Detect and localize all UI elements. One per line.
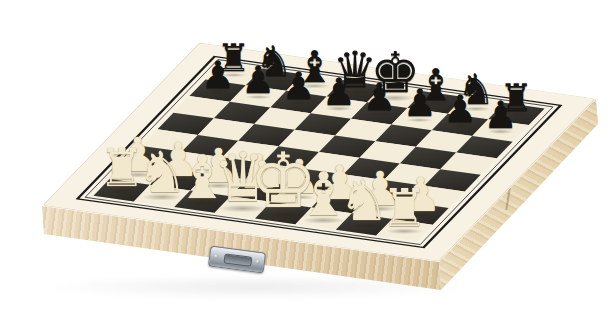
piece-black-pawn[interactable]: ♟: [201, 56, 235, 94]
piece-black-pawn[interactable]: ♟: [483, 96, 517, 134]
piece-black-pawn[interactable]: ♟: [362, 78, 396, 116]
chess-set-photo: ♜♞♝♛♚♝♞♜♟♟♟♟♟♟♟♟♟♟♟♟♟♟♟♟♜♞♝♛♚♝♞♜: [0, 0, 610, 330]
pieces-layer: ♜♞♝♛♚♝♞♜♟♟♟♟♟♟♟♟♟♟♟♟♟♟♟♟♜♞♝♛♚♝♞♜: [0, 0, 610, 330]
piece-black-pawn[interactable]: ♟: [322, 73, 356, 111]
piece-black-pawn[interactable]: ♟: [281, 67, 315, 105]
piece-black-pawn[interactable]: ♟: [403, 84, 437, 122]
piece-white-rook[interactable]: ♜: [381, 182, 428, 234]
piece-black-pawn[interactable]: ♟: [241, 61, 275, 99]
piece-black-pawn[interactable]: ♟: [443, 90, 477, 128]
